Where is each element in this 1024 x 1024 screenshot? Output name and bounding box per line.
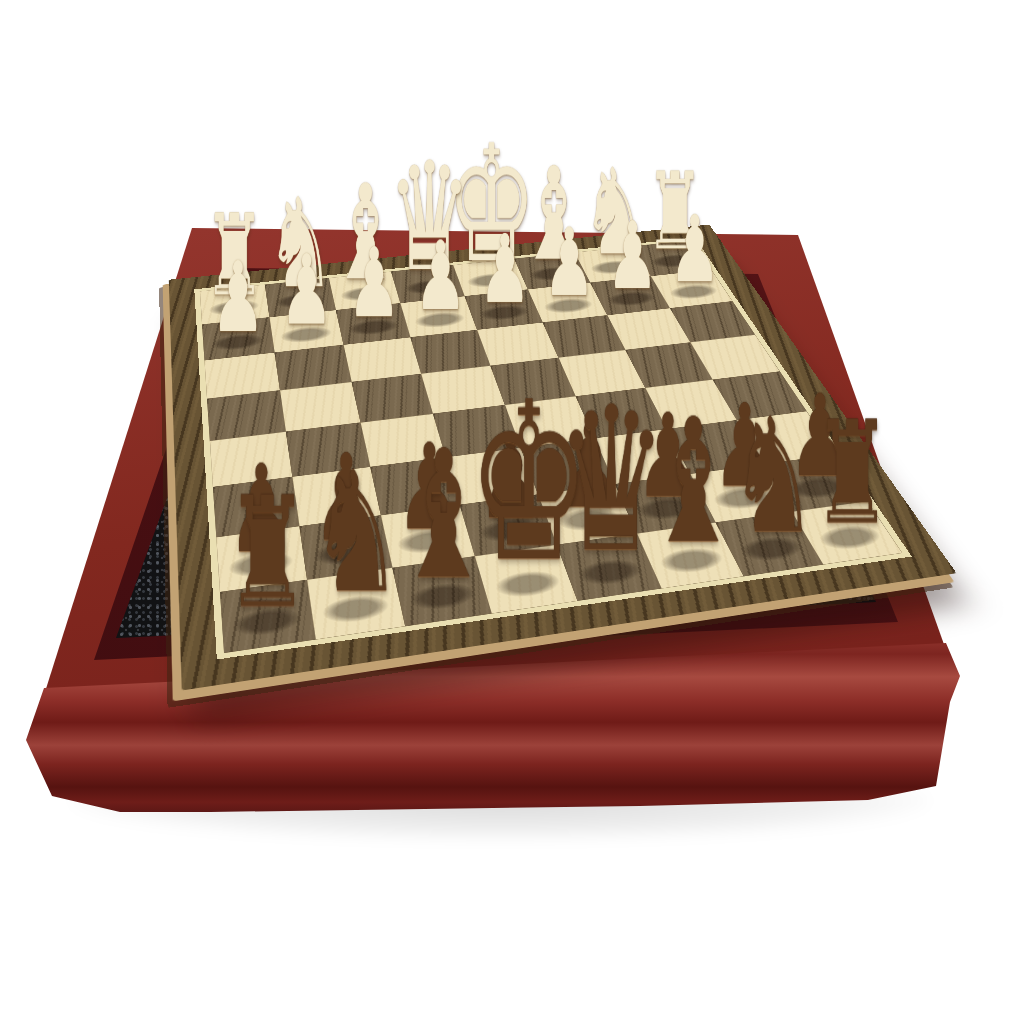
black-rook-icon: ♜ bbox=[192, 481, 344, 625]
white-pawn-icon: ♟ bbox=[180, 251, 296, 344]
chess-set-photo: ♜♞♝♚♛♝♞♜♟♟♟♟♟♟♟♟♟♟♟♟♟♟♟♟♜♞♝♛♚♝♞♜ bbox=[0, 0, 1024, 1024]
